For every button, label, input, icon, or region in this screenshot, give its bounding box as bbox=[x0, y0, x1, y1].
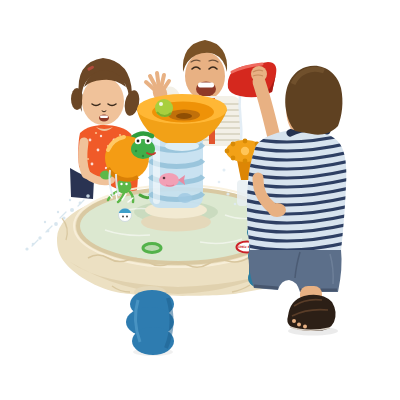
girl-smile bbox=[99, 115, 109, 122]
scene-illustration: little tikes bbox=[0, 0, 400, 400]
boy-right-head bbox=[285, 66, 342, 135]
fish-sticker-blue bbox=[178, 193, 192, 203]
photo-canvas: little tikes bbox=[0, 0, 400, 400]
funnel-hole bbox=[176, 113, 192, 119]
wheel-post bbox=[237, 180, 248, 206]
green-ball bbox=[155, 99, 173, 117]
green-ring-holder bbox=[143, 244, 161, 253]
boy-right-hair bbox=[285, 66, 342, 135]
boy-right-fist bbox=[251, 66, 267, 82]
boy-right-hand bbox=[268, 203, 286, 217]
bobber-toy bbox=[119, 208, 132, 221]
boy-center-laughing-mouth bbox=[196, 82, 216, 97]
tower-highlight bbox=[153, 134, 160, 204]
